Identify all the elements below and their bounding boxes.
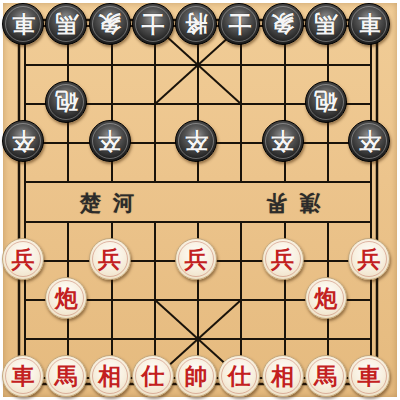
piece-glyph: 車 bbox=[12, 364, 35, 387]
piece-glyph: 兵 bbox=[98, 247, 121, 270]
piece-glyph: 車 bbox=[358, 13, 381, 36]
piece-black-horse[interactable]: 馬 bbox=[45, 3, 87, 45]
piece-glyph: 卒 bbox=[185, 130, 208, 153]
piece-black-cannon[interactable]: 砲 bbox=[305, 81, 347, 123]
piece-red-soldier[interactable]: 兵 bbox=[175, 238, 217, 280]
piece-red-soldier[interactable]: 兵 bbox=[89, 238, 131, 280]
piece-glyph: 馬 bbox=[314, 13, 337, 36]
piece-glyph: 砲 bbox=[314, 91, 337, 114]
piece-black-cannon[interactable]: 砲 bbox=[45, 81, 87, 123]
piece-glyph: 卒 bbox=[98, 130, 121, 153]
piece-red-chariot[interactable]: 車 bbox=[348, 355, 390, 397]
piece-glyph: 象 bbox=[98, 13, 121, 36]
piece-glyph: 卒 bbox=[271, 130, 294, 153]
piece-red-horse[interactable]: 馬 bbox=[45, 355, 87, 397]
piece-glyph: 仕 bbox=[141, 364, 164, 387]
piece-glyph: 兵 bbox=[271, 247, 294, 270]
piece-black-soldier[interactable]: 卒 bbox=[175, 120, 217, 162]
piece-glyph: 兵 bbox=[12, 247, 35, 270]
piece-glyph: 相 bbox=[98, 364, 121, 387]
piece-glyph: 車 bbox=[12, 13, 35, 36]
piece-glyph: 士 bbox=[228, 13, 251, 36]
piece-black-soldier[interactable]: 卒 bbox=[89, 120, 131, 162]
piece-red-advisor[interactable]: 仕 bbox=[132, 355, 174, 397]
pieces-layer: 車馬象士將士象馬車砲砲卒卒卒卒卒兵兵兵兵兵炮炮車馬相仕帥仕相馬車 bbox=[0, 0, 400, 400]
piece-glyph: 卒 bbox=[12, 130, 35, 153]
piece-glyph: 炮 bbox=[314, 286, 337, 309]
piece-glyph: 卒 bbox=[358, 130, 381, 153]
piece-red-general[interactable]: 帥 bbox=[175, 355, 217, 397]
piece-glyph: 砲 bbox=[55, 91, 78, 114]
piece-red-cannon[interactable]: 炮 bbox=[305, 277, 347, 319]
piece-black-soldier[interactable]: 卒 bbox=[348, 120, 390, 162]
piece-black-elephant[interactable]: 象 bbox=[262, 3, 304, 45]
piece-red-soldier[interactable]: 兵 bbox=[348, 238, 390, 280]
piece-red-soldier[interactable]: 兵 bbox=[2, 238, 44, 280]
piece-black-chariot[interactable]: 車 bbox=[2, 3, 44, 45]
piece-black-elephant[interactable]: 象 bbox=[89, 3, 131, 45]
piece-glyph: 馬 bbox=[55, 364, 78, 387]
piece-black-horse[interactable]: 馬 bbox=[305, 3, 347, 45]
piece-glyph: 馬 bbox=[55, 13, 78, 36]
piece-red-horse[interactable]: 馬 bbox=[305, 355, 347, 397]
piece-red-elephant[interactable]: 相 bbox=[89, 355, 131, 397]
piece-glyph: 兵 bbox=[358, 247, 381, 270]
piece-glyph: 仕 bbox=[228, 364, 251, 387]
piece-red-chariot[interactable]: 車 bbox=[2, 355, 44, 397]
piece-black-chariot[interactable]: 車 bbox=[348, 3, 390, 45]
piece-glyph: 帥 bbox=[185, 364, 208, 387]
piece-red-elephant[interactable]: 相 bbox=[262, 355, 304, 397]
piece-glyph: 象 bbox=[271, 13, 294, 36]
piece-red-cannon[interactable]: 炮 bbox=[45, 277, 87, 319]
piece-glyph: 相 bbox=[271, 364, 294, 387]
piece-black-soldier[interactable]: 卒 bbox=[262, 120, 304, 162]
piece-black-advisor[interactable]: 士 bbox=[218, 3, 260, 45]
piece-glyph: 將 bbox=[185, 13, 208, 36]
piece-glyph: 馬 bbox=[314, 364, 337, 387]
piece-black-general[interactable]: 將 bbox=[175, 3, 217, 45]
piece-black-advisor[interactable]: 士 bbox=[132, 3, 174, 45]
piece-glyph: 車 bbox=[358, 364, 381, 387]
piece-red-advisor[interactable]: 仕 bbox=[218, 355, 260, 397]
piece-black-soldier[interactable]: 卒 bbox=[2, 120, 44, 162]
piece-glyph: 兵 bbox=[185, 247, 208, 270]
piece-glyph: 炮 bbox=[55, 286, 78, 309]
piece-glyph: 士 bbox=[141, 13, 164, 36]
piece-red-soldier[interactable]: 兵 bbox=[262, 238, 304, 280]
